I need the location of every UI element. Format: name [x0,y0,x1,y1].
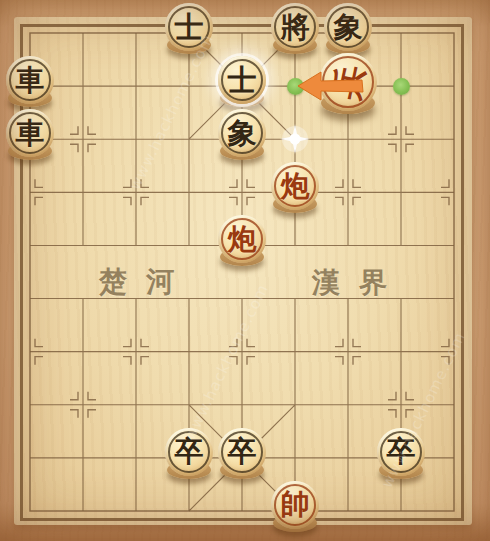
xiangqi-app-screenshot: 楚河 漢界 車車士將象士象兵炮炮卒卒卒帥 www.hackhome.comwww… [0,0,490,541]
black-elephant[interactable]: 象 [324,3,372,51]
piece-character: 車 [6,56,54,104]
red-cannon[interactable]: 炮 [218,215,266,263]
piece-character: 將 [271,3,319,51]
piece-character: 士 [218,56,266,104]
board-grid[interactable]: 車車士將象士象兵炮炮卒卒卒帥 [4,7,481,538]
move-arrow [296,68,366,104]
piece-character: 士 [165,3,213,51]
black-soldier[interactable]: 卒 [377,428,425,476]
red-cannon[interactable]: 炮 [271,162,319,210]
piece-character: 炮 [271,162,319,210]
black-chariot[interactable]: 車 [6,56,54,104]
piece-character: 炮 [218,215,266,263]
piece-character: 象 [218,109,266,157]
black-chariot[interactable]: 車 [6,109,54,157]
piece-character: 帥 [271,481,319,529]
piece-character: 象 [324,3,372,51]
piece-character: 卒 [218,428,266,476]
red-general[interactable]: 帥 [271,481,319,529]
black-general[interactable]: 將 [271,3,319,51]
black-advisor[interactable]: 士 [165,3,213,51]
black-advisor[interactable]: 士 [218,56,266,104]
black-elephant[interactable]: 象 [218,109,266,157]
piece-character: 車 [6,109,54,157]
sparkle-effect [278,122,312,156]
piece-character: 卒 [377,428,425,476]
piece-character: 卒 [165,428,213,476]
black-soldier[interactable]: 卒 [165,428,213,476]
black-soldier[interactable]: 卒 [218,428,266,476]
